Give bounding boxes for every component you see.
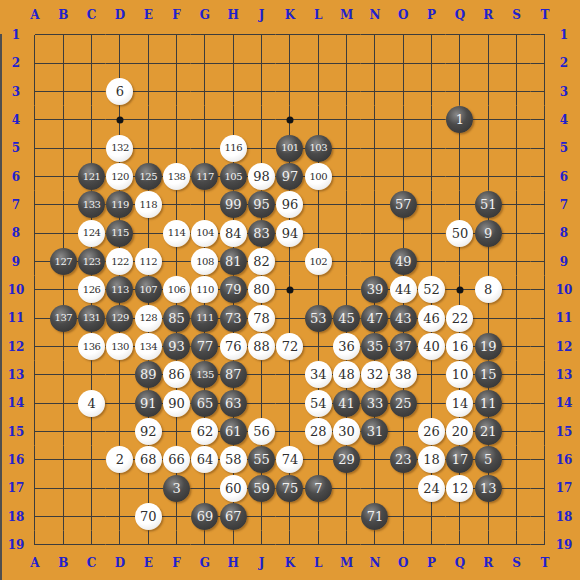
intersection-N4[interactable] bbox=[361, 106, 389, 134]
intersection-P14[interactable] bbox=[417, 389, 445, 417]
intersection-G17[interactable] bbox=[191, 474, 219, 502]
stone-black-87-H13[interactable]: 87 bbox=[220, 361, 247, 388]
stone-white-78-J11[interactable]: 78 bbox=[248, 305, 275, 332]
stone-white-50-Q8[interactable]: 50 bbox=[446, 220, 473, 247]
stone-white-128-E11[interactable]: 128 bbox=[135, 305, 162, 332]
stone-black-127-B9[interactable]: 127 bbox=[50, 248, 77, 275]
intersection-N13[interactable]: 32 bbox=[361, 361, 389, 389]
intersection-T3[interactable] bbox=[531, 77, 559, 105]
intersection-N5[interactable] bbox=[361, 134, 389, 162]
intersection-O16[interactable]: 23 bbox=[389, 446, 417, 474]
stone-white-84-H8[interactable]: 84 bbox=[220, 220, 247, 247]
intersection-P5[interactable] bbox=[417, 134, 445, 162]
intersection-L19[interactable] bbox=[304, 531, 332, 559]
intersection-A2[interactable] bbox=[21, 49, 49, 77]
intersection-R6[interactable] bbox=[474, 162, 502, 190]
intersection-J3[interactable] bbox=[247, 77, 275, 105]
intersection-S5[interactable] bbox=[502, 134, 530, 162]
intersection-Q7[interactable] bbox=[446, 191, 474, 219]
intersection-S11[interactable] bbox=[502, 304, 530, 332]
intersection-D13[interactable] bbox=[106, 361, 134, 389]
stone-white-120-D6[interactable]: 120 bbox=[106, 163, 133, 190]
stone-black-103-L5[interactable]: 103 bbox=[305, 135, 332, 162]
stone-black-97-K6[interactable]: 97 bbox=[276, 163, 303, 190]
intersection-G12[interactable]: 77 bbox=[191, 332, 219, 360]
intersection-M11[interactable]: 45 bbox=[332, 304, 360, 332]
stone-white-2-D16[interactable]: 2 bbox=[106, 446, 133, 473]
intersection-C8[interactable]: 124 bbox=[77, 219, 105, 247]
intersection-C3[interactable] bbox=[77, 77, 105, 105]
intersection-P18[interactable] bbox=[417, 502, 445, 530]
intersection-P11[interactable]: 46 bbox=[417, 304, 445, 332]
intersection-E15[interactable]: 92 bbox=[134, 417, 162, 445]
stone-white-56-J15[interactable]: 56 bbox=[248, 418, 275, 445]
intersection-B11[interactable]: 137 bbox=[49, 304, 77, 332]
intersection-Q4[interactable]: 1 bbox=[446, 106, 474, 134]
intersection-H12[interactable]: 76 bbox=[219, 332, 247, 360]
intersection-R19[interactable] bbox=[474, 531, 502, 559]
intersection-K3[interactable] bbox=[276, 77, 304, 105]
go-board[interactable]: 6113211610110312112012513811710598971001… bbox=[21, 21, 559, 559]
intersection-E1[interactable] bbox=[134, 21, 162, 49]
intersection-P2[interactable] bbox=[417, 49, 445, 77]
intersection-K12[interactable]: 72 bbox=[276, 332, 304, 360]
intersection-L7[interactable] bbox=[304, 191, 332, 219]
intersection-Q14[interactable]: 14 bbox=[446, 389, 474, 417]
stone-white-40-P12[interactable]: 40 bbox=[418, 333, 445, 360]
intersection-F18[interactable] bbox=[162, 502, 190, 530]
intersection-N8[interactable] bbox=[361, 219, 389, 247]
intersection-B1[interactable] bbox=[49, 21, 77, 49]
intersection-F10[interactable]: 106 bbox=[162, 276, 190, 304]
intersection-K11[interactable] bbox=[276, 304, 304, 332]
stone-black-117-G6[interactable]: 117 bbox=[191, 163, 218, 190]
intersection-D10[interactable]: 113 bbox=[106, 276, 134, 304]
intersection-J7[interactable]: 95 bbox=[247, 191, 275, 219]
intersection-M2[interactable] bbox=[332, 49, 360, 77]
intersection-S15[interactable] bbox=[502, 417, 530, 445]
stone-black-59-J17[interactable]: 59 bbox=[248, 475, 275, 502]
intersection-M1[interactable] bbox=[332, 21, 360, 49]
intersection-D11[interactable]: 129 bbox=[106, 304, 134, 332]
intersection-O2[interactable] bbox=[389, 49, 417, 77]
intersection-P4[interactable] bbox=[417, 106, 445, 134]
intersection-S2[interactable] bbox=[502, 49, 530, 77]
stone-black-25-O14[interactable]: 25 bbox=[390, 390, 417, 417]
intersection-M15[interactable]: 30 bbox=[332, 417, 360, 445]
intersection-O13[interactable]: 38 bbox=[389, 361, 417, 389]
intersection-B14[interactable] bbox=[49, 389, 77, 417]
intersection-H3[interactable] bbox=[219, 77, 247, 105]
intersection-K2[interactable] bbox=[276, 49, 304, 77]
intersection-Q9[interactable] bbox=[446, 247, 474, 275]
intersection-G9[interactable]: 108 bbox=[191, 247, 219, 275]
intersection-E3[interactable] bbox=[134, 77, 162, 105]
intersection-B12[interactable] bbox=[49, 332, 77, 360]
intersection-S17[interactable] bbox=[502, 474, 530, 502]
intersection-H1[interactable] bbox=[219, 21, 247, 49]
stone-black-115-D8[interactable]: 115 bbox=[106, 220, 133, 247]
intersection-P9[interactable] bbox=[417, 247, 445, 275]
stone-white-88-J12[interactable]: 88 bbox=[248, 333, 275, 360]
intersection-J11[interactable]: 78 bbox=[247, 304, 275, 332]
stone-black-9-R8[interactable]: 9 bbox=[475, 220, 502, 247]
intersection-J18[interactable] bbox=[247, 502, 275, 530]
intersection-G13[interactable]: 135 bbox=[191, 361, 219, 389]
intersection-O17[interactable] bbox=[389, 474, 417, 502]
stone-black-53-L11[interactable]: 53 bbox=[305, 305, 332, 332]
intersection-A6[interactable] bbox=[21, 162, 49, 190]
intersection-G11[interactable]: 111 bbox=[191, 304, 219, 332]
intersection-A14[interactable] bbox=[21, 389, 49, 417]
stone-white-48-M13[interactable]: 48 bbox=[333, 361, 360, 388]
stone-white-94-K8[interactable]: 94 bbox=[276, 220, 303, 247]
intersection-F12[interactable]: 93 bbox=[162, 332, 190, 360]
intersection-C7[interactable]: 133 bbox=[77, 191, 105, 219]
intersection-L17[interactable]: 7 bbox=[304, 474, 332, 502]
stone-black-61-H15[interactable]: 61 bbox=[220, 418, 247, 445]
stone-black-31-N15[interactable]: 31 bbox=[361, 418, 388, 445]
intersection-K16[interactable]: 74 bbox=[276, 446, 304, 474]
intersection-M12[interactable]: 36 bbox=[332, 332, 360, 360]
intersection-L16[interactable] bbox=[304, 446, 332, 474]
stone-black-133-C7[interactable]: 133 bbox=[78, 191, 105, 218]
intersection-P19[interactable] bbox=[417, 531, 445, 559]
intersection-L13[interactable]: 34 bbox=[304, 361, 332, 389]
intersection-K19[interactable] bbox=[276, 531, 304, 559]
intersection-N7[interactable] bbox=[361, 191, 389, 219]
intersection-M6[interactable] bbox=[332, 162, 360, 190]
stone-white-98-J6[interactable]: 98 bbox=[248, 163, 275, 190]
intersection-B9[interactable]: 127 bbox=[49, 247, 77, 275]
intersection-R13[interactable]: 15 bbox=[474, 361, 502, 389]
stone-black-33-N14[interactable]: 33 bbox=[361, 390, 388, 417]
stone-black-101-K5[interactable]: 101 bbox=[276, 135, 303, 162]
intersection-R12[interactable]: 19 bbox=[474, 332, 502, 360]
stone-black-123-C9[interactable]: 123 bbox=[78, 248, 105, 275]
intersection-F19[interactable] bbox=[162, 531, 190, 559]
stone-white-52-P10[interactable]: 52 bbox=[418, 276, 445, 303]
intersection-L3[interactable] bbox=[304, 77, 332, 105]
stone-black-83-J8[interactable]: 83 bbox=[248, 220, 275, 247]
stone-white-136-C12[interactable]: 136 bbox=[78, 333, 105, 360]
stone-black-135-G13[interactable]: 135 bbox=[191, 361, 218, 388]
intersection-N6[interactable] bbox=[361, 162, 389, 190]
intersection-B4[interactable] bbox=[49, 106, 77, 134]
intersection-R14[interactable]: 11 bbox=[474, 389, 502, 417]
stone-black-51-R7[interactable]: 51 bbox=[475, 191, 502, 218]
intersection-D3[interactable]: 6 bbox=[106, 77, 134, 105]
intersection-T9[interactable] bbox=[531, 247, 559, 275]
intersection-G16[interactable]: 64 bbox=[191, 446, 219, 474]
intersection-D2[interactable] bbox=[106, 49, 134, 77]
intersection-D6[interactable]: 120 bbox=[106, 162, 134, 190]
intersection-K15[interactable] bbox=[276, 417, 304, 445]
intersection-R1[interactable] bbox=[474, 21, 502, 49]
intersection-E16[interactable]: 68 bbox=[134, 446, 162, 474]
intersection-H19[interactable] bbox=[219, 531, 247, 559]
intersection-N15[interactable]: 31 bbox=[361, 417, 389, 445]
intersection-S7[interactable] bbox=[502, 191, 530, 219]
stone-black-81-H9[interactable]: 81 bbox=[220, 248, 247, 275]
intersection-H14[interactable]: 63 bbox=[219, 389, 247, 417]
stone-white-58-H16[interactable]: 58 bbox=[220, 446, 247, 473]
intersection-H6[interactable]: 105 bbox=[219, 162, 247, 190]
intersection-H7[interactable]: 99 bbox=[219, 191, 247, 219]
stone-white-124-C8[interactable]: 124 bbox=[78, 220, 105, 247]
intersection-L12[interactable] bbox=[304, 332, 332, 360]
stone-black-119-D7[interactable]: 119 bbox=[106, 191, 133, 218]
stone-black-113-D10[interactable]: 113 bbox=[106, 276, 133, 303]
stone-white-130-D12[interactable]: 130 bbox=[106, 333, 133, 360]
intersection-F9[interactable] bbox=[162, 247, 190, 275]
intersection-H13[interactable]: 87 bbox=[219, 361, 247, 389]
intersection-B2[interactable] bbox=[49, 49, 77, 77]
intersection-T7[interactable] bbox=[531, 191, 559, 219]
intersection-R11[interactable] bbox=[474, 304, 502, 332]
stone-black-11-R14[interactable]: 11 bbox=[475, 390, 502, 417]
intersection-O11[interactable]: 43 bbox=[389, 304, 417, 332]
stone-white-10-Q13[interactable]: 10 bbox=[446, 361, 473, 388]
intersection-G14[interactable]: 65 bbox=[191, 389, 219, 417]
intersection-G3[interactable] bbox=[191, 77, 219, 105]
intersection-L15[interactable]: 28 bbox=[304, 417, 332, 445]
intersection-H10[interactable]: 79 bbox=[219, 276, 247, 304]
intersection-T12[interactable] bbox=[531, 332, 559, 360]
stone-white-126-C10[interactable]: 126 bbox=[78, 276, 105, 303]
intersection-R15[interactable]: 21 bbox=[474, 417, 502, 445]
stone-white-36-M12[interactable]: 36 bbox=[333, 333, 360, 360]
intersection-C9[interactable]: 123 bbox=[77, 247, 105, 275]
intersection-O3[interactable] bbox=[389, 77, 417, 105]
intersection-S9[interactable] bbox=[502, 247, 530, 275]
intersection-D15[interactable] bbox=[106, 417, 134, 445]
stone-black-7-L17[interactable]: 7 bbox=[305, 475, 332, 502]
intersection-T13[interactable] bbox=[531, 361, 559, 389]
stone-white-46-P11[interactable]: 46 bbox=[418, 305, 445, 332]
intersection-D8[interactable]: 115 bbox=[106, 219, 134, 247]
stone-white-106-F10[interactable]: 106 bbox=[163, 276, 190, 303]
intersection-F6[interactable]: 138 bbox=[162, 162, 190, 190]
intersection-M4[interactable] bbox=[332, 106, 360, 134]
intersection-C5[interactable] bbox=[77, 134, 105, 162]
intersection-T11[interactable] bbox=[531, 304, 559, 332]
intersection-E12[interactable]: 134 bbox=[134, 332, 162, 360]
intersection-N3[interactable] bbox=[361, 77, 389, 105]
intersection-E9[interactable]: 112 bbox=[134, 247, 162, 275]
intersection-A13[interactable] bbox=[21, 361, 49, 389]
intersection-M13[interactable]: 48 bbox=[332, 361, 360, 389]
intersection-S4[interactable] bbox=[502, 106, 530, 134]
stone-black-3-F17[interactable]: 3 bbox=[163, 475, 190, 502]
intersection-B3[interactable] bbox=[49, 77, 77, 105]
intersection-P8[interactable] bbox=[417, 219, 445, 247]
stone-white-102-L9[interactable]: 102 bbox=[305, 248, 332, 275]
intersection-K8[interactable]: 94 bbox=[276, 219, 304, 247]
intersection-T4[interactable] bbox=[531, 106, 559, 134]
stone-white-54-L14[interactable]: 54 bbox=[305, 390, 332, 417]
intersection-S13[interactable] bbox=[502, 361, 530, 389]
intersection-S6[interactable] bbox=[502, 162, 530, 190]
intersection-C10[interactable]: 126 bbox=[77, 276, 105, 304]
intersection-E4[interactable] bbox=[134, 106, 162, 134]
stone-white-66-F16[interactable]: 66 bbox=[163, 446, 190, 473]
intersection-L18[interactable] bbox=[304, 502, 332, 530]
intersection-P15[interactable]: 26 bbox=[417, 417, 445, 445]
intersection-D4[interactable] bbox=[106, 106, 134, 134]
intersection-E19[interactable] bbox=[134, 531, 162, 559]
intersection-S10[interactable] bbox=[502, 276, 530, 304]
stone-white-30-M15[interactable]: 30 bbox=[333, 418, 360, 445]
stone-white-28-L15[interactable]: 28 bbox=[305, 418, 332, 445]
stone-black-15-R13[interactable]: 15 bbox=[475, 361, 502, 388]
intersection-M16[interactable]: 29 bbox=[332, 446, 360, 474]
stone-black-41-M14[interactable]: 41 bbox=[333, 390, 360, 417]
intersection-C19[interactable] bbox=[77, 531, 105, 559]
intersection-J16[interactable]: 55 bbox=[247, 446, 275, 474]
intersection-T14[interactable] bbox=[531, 389, 559, 417]
intersection-L4[interactable] bbox=[304, 106, 332, 134]
stone-white-4-C14[interactable]: 4 bbox=[78, 390, 105, 417]
intersection-K4[interactable] bbox=[276, 106, 304, 134]
intersection-K7[interactable]: 96 bbox=[276, 191, 304, 219]
intersection-L10[interactable] bbox=[304, 276, 332, 304]
intersection-K9[interactable] bbox=[276, 247, 304, 275]
intersection-E17[interactable] bbox=[134, 474, 162, 502]
intersection-G4[interactable] bbox=[191, 106, 219, 134]
intersection-L14[interactable]: 54 bbox=[304, 389, 332, 417]
intersection-D17[interactable] bbox=[106, 474, 134, 502]
intersection-F8[interactable]: 114 bbox=[162, 219, 190, 247]
intersection-O6[interactable] bbox=[389, 162, 417, 190]
intersection-G1[interactable] bbox=[191, 21, 219, 49]
intersection-K5[interactable]: 101 bbox=[276, 134, 304, 162]
intersection-T2[interactable] bbox=[531, 49, 559, 77]
intersection-B10[interactable] bbox=[49, 276, 77, 304]
stone-black-21-R15[interactable]: 21 bbox=[475, 418, 502, 445]
stone-black-29-M16[interactable]: 29 bbox=[333, 446, 360, 473]
stone-white-60-H17[interactable]: 60 bbox=[220, 475, 247, 502]
intersection-K14[interactable] bbox=[276, 389, 304, 417]
stone-white-112-E9[interactable]: 112 bbox=[135, 248, 162, 275]
intersection-A18[interactable] bbox=[21, 502, 49, 530]
intersection-O9[interactable]: 49 bbox=[389, 247, 417, 275]
intersection-F13[interactable]: 86 bbox=[162, 361, 190, 389]
intersection-K13[interactable] bbox=[276, 361, 304, 389]
intersection-Q10[interactable] bbox=[446, 276, 474, 304]
stone-black-47-N11[interactable]: 47 bbox=[361, 305, 388, 332]
intersection-P17[interactable]: 24 bbox=[417, 474, 445, 502]
intersection-C14[interactable]: 4 bbox=[77, 389, 105, 417]
intersection-O19[interactable] bbox=[389, 531, 417, 559]
intersection-S12[interactable] bbox=[502, 332, 530, 360]
intersection-F3[interactable] bbox=[162, 77, 190, 105]
stone-white-122-D9[interactable]: 122 bbox=[106, 248, 133, 275]
intersection-F17[interactable]: 3 bbox=[162, 474, 190, 502]
intersection-M19[interactable] bbox=[332, 531, 360, 559]
intersection-J12[interactable]: 88 bbox=[247, 332, 275, 360]
intersection-F1[interactable] bbox=[162, 21, 190, 49]
stone-white-20-Q15[interactable]: 20 bbox=[446, 418, 473, 445]
intersection-Q17[interactable]: 12 bbox=[446, 474, 474, 502]
intersection-Q13[interactable]: 10 bbox=[446, 361, 474, 389]
intersection-T6[interactable] bbox=[531, 162, 559, 190]
intersection-M8[interactable] bbox=[332, 219, 360, 247]
intersection-N11[interactable]: 47 bbox=[361, 304, 389, 332]
intersection-B5[interactable] bbox=[49, 134, 77, 162]
intersection-E14[interactable]: 91 bbox=[134, 389, 162, 417]
intersection-J10[interactable]: 80 bbox=[247, 276, 275, 304]
stone-black-107-E10[interactable]: 107 bbox=[135, 276, 162, 303]
stone-white-44-O10[interactable]: 44 bbox=[390, 276, 417, 303]
stone-black-77-G12[interactable]: 77 bbox=[191, 333, 218, 360]
stone-white-68-E16[interactable]: 68 bbox=[135, 446, 162, 473]
intersection-T15[interactable] bbox=[531, 417, 559, 445]
intersection-Q1[interactable] bbox=[446, 21, 474, 49]
intersection-H5[interactable]: 116 bbox=[219, 134, 247, 162]
intersection-C17[interactable] bbox=[77, 474, 105, 502]
intersection-F16[interactable]: 66 bbox=[162, 446, 190, 474]
intersection-N2[interactable] bbox=[361, 49, 389, 77]
stone-white-76-H12[interactable]: 76 bbox=[220, 333, 247, 360]
intersection-R16[interactable]: 5 bbox=[474, 446, 502, 474]
intersection-C18[interactable] bbox=[77, 502, 105, 530]
stone-white-12-Q17[interactable]: 12 bbox=[446, 475, 473, 502]
intersection-M3[interactable] bbox=[332, 77, 360, 105]
intersection-H11[interactable]: 73 bbox=[219, 304, 247, 332]
intersection-B7[interactable] bbox=[49, 191, 77, 219]
stone-black-17-Q16[interactable]: 17 bbox=[446, 446, 473, 473]
intersection-N17[interactable] bbox=[361, 474, 389, 502]
stone-black-129-D11[interactable]: 129 bbox=[106, 305, 133, 332]
stone-white-100-L6[interactable]: 100 bbox=[305, 163, 332, 190]
intersection-P10[interactable]: 52 bbox=[417, 276, 445, 304]
stone-black-65-G14[interactable]: 65 bbox=[191, 390, 218, 417]
intersection-H15[interactable]: 61 bbox=[219, 417, 247, 445]
intersection-A3[interactable] bbox=[21, 77, 49, 105]
intersection-H17[interactable]: 60 bbox=[219, 474, 247, 502]
intersection-F4[interactable] bbox=[162, 106, 190, 134]
intersection-S19[interactable] bbox=[502, 531, 530, 559]
intersection-B13[interactable] bbox=[49, 361, 77, 389]
stone-black-85-F11[interactable]: 85 bbox=[163, 305, 190, 332]
stone-black-43-O11[interactable]: 43 bbox=[390, 305, 417, 332]
intersection-O4[interactable] bbox=[389, 106, 417, 134]
intersection-J5[interactable] bbox=[247, 134, 275, 162]
intersection-R7[interactable]: 51 bbox=[474, 191, 502, 219]
intersection-N1[interactable] bbox=[361, 21, 389, 49]
intersection-O18[interactable] bbox=[389, 502, 417, 530]
intersection-S1[interactable] bbox=[502, 21, 530, 49]
intersection-O10[interactable]: 44 bbox=[389, 276, 417, 304]
intersection-C11[interactable]: 131 bbox=[77, 304, 105, 332]
stone-white-108-G9[interactable]: 108 bbox=[191, 248, 218, 275]
intersection-M17[interactable] bbox=[332, 474, 360, 502]
intersection-P16[interactable]: 18 bbox=[417, 446, 445, 474]
intersection-E5[interactable] bbox=[134, 134, 162, 162]
intersection-A9[interactable] bbox=[21, 247, 49, 275]
intersection-A1[interactable] bbox=[21, 21, 49, 49]
intersection-A17[interactable] bbox=[21, 474, 49, 502]
stone-black-35-N12[interactable]: 35 bbox=[361, 333, 388, 360]
stone-black-73-H11[interactable]: 73 bbox=[220, 305, 247, 332]
stone-black-23-O16[interactable]: 23 bbox=[390, 446, 417, 473]
intersection-T17[interactable] bbox=[531, 474, 559, 502]
intersection-C12[interactable]: 136 bbox=[77, 332, 105, 360]
intersection-N19[interactable] bbox=[361, 531, 389, 559]
intersection-B17[interactable] bbox=[49, 474, 77, 502]
stone-white-104-G8[interactable]: 104 bbox=[191, 220, 218, 247]
